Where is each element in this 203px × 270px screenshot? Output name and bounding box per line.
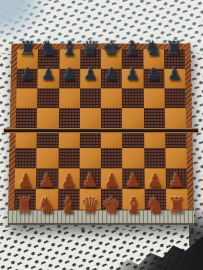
square-e3 xyxy=(101,148,122,168)
square-e8: ♚ xyxy=(101,49,122,68)
piece-white-pawn-g2: ♟ xyxy=(144,170,166,190)
board-frame: ♜♞♝♛♚♝♞♜♟♟♟♟♟♟♟♟♟♟♟♟♟♟♟♟♜♞♝♛♚♝♞♜ xyxy=(8,44,194,225)
square-e6 xyxy=(101,88,122,108)
square-c2: ♟ xyxy=(58,168,80,188)
square-e7: ♟ xyxy=(101,69,122,89)
square-d3 xyxy=(80,148,101,168)
square-f5 xyxy=(122,108,143,128)
chess-board: ♜♞♝♛♚♝♞♜♟♟♟♟♟♟♟♟♟♟♟♟♟♟♟♟♜♞♝♛♚♝♞♜ xyxy=(8,44,194,225)
square-b5 xyxy=(37,108,58,128)
square-a1: ♜ xyxy=(14,189,36,210)
board-front-edge xyxy=(8,209,194,225)
square-e1: ♚ xyxy=(101,189,123,210)
square-a5 xyxy=(16,108,38,128)
square-c6 xyxy=(59,88,80,108)
square-b2: ♟ xyxy=(36,168,58,188)
piece-white-pawn-c2: ♟ xyxy=(58,170,80,190)
square-b8: ♞ xyxy=(38,49,59,68)
square-a6 xyxy=(16,88,37,108)
square-d8: ♛ xyxy=(80,49,101,68)
piece-white-pawn-b2: ♟ xyxy=(36,170,58,190)
square-f1: ♝ xyxy=(123,189,145,210)
square-d7: ♟ xyxy=(80,69,101,89)
square-e2: ♟ xyxy=(101,168,123,188)
chess-set-photo: ♜♞♝♛♚♝♞♜♟♟♟♟♟♟♟♟♟♟♟♟♟♟♟♟♜♞♝♛♚♝♞♜ xyxy=(0,0,203,270)
square-c3 xyxy=(58,148,80,168)
square-g8: ♞ xyxy=(143,49,164,68)
square-h7: ♟ xyxy=(164,69,185,89)
square-f8: ♝ xyxy=(122,49,143,68)
square-e5 xyxy=(101,108,122,128)
square-h5 xyxy=(165,108,187,128)
square-h8: ♜ xyxy=(164,49,185,68)
square-d2: ♟ xyxy=(79,168,101,188)
square-g1: ♞ xyxy=(144,189,166,210)
piece-white-pawn-e2: ♟ xyxy=(101,170,123,190)
square-g7: ♟ xyxy=(143,69,164,89)
square-d5 xyxy=(80,108,101,128)
piece-white-pawn-h2: ♟ xyxy=(165,170,187,190)
square-b3 xyxy=(37,148,59,168)
square-d1: ♛ xyxy=(79,189,101,210)
square-c7: ♟ xyxy=(59,69,80,89)
square-h2: ♟ xyxy=(165,168,187,188)
square-c5 xyxy=(58,108,79,128)
square-g3 xyxy=(144,148,166,168)
square-g2: ♟ xyxy=(144,168,166,188)
square-a8: ♜ xyxy=(17,49,38,68)
piece-white-pawn-a2: ♟ xyxy=(15,170,37,190)
square-g5 xyxy=(143,108,164,128)
tablecloth-corner xyxy=(0,0,46,40)
square-h1: ♜ xyxy=(166,189,188,210)
square-c1: ♝ xyxy=(58,189,80,210)
fold-hinge xyxy=(4,128,199,133)
square-a3 xyxy=(15,148,37,168)
piece-white-pawn-f2: ♟ xyxy=(122,170,144,190)
square-h6 xyxy=(164,88,185,108)
square-c8: ♝ xyxy=(59,49,80,68)
square-h3 xyxy=(165,148,187,168)
square-b6 xyxy=(37,88,58,108)
square-b7: ♟ xyxy=(38,69,59,89)
square-a7: ♟ xyxy=(17,69,38,89)
square-f6 xyxy=(122,88,143,108)
square-d6 xyxy=(80,88,101,108)
square-g6 xyxy=(143,88,164,108)
square-f3 xyxy=(122,148,144,168)
square-b1: ♞ xyxy=(36,189,58,210)
square-a2: ♟ xyxy=(15,168,37,188)
square-f2: ♟ xyxy=(122,168,144,188)
piece-white-pawn-d2: ♟ xyxy=(79,170,101,190)
square-f7: ♟ xyxy=(122,69,143,89)
